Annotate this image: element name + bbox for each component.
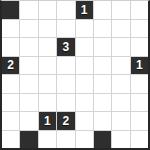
white-cell[interactable] bbox=[112, 20, 129, 38]
white-cell[interactable] bbox=[94, 57, 111, 75]
white-cell[interactable] bbox=[20, 1, 37, 19]
white-cell[interactable] bbox=[2, 112, 19, 130]
white-cell[interactable] bbox=[131, 1, 148, 19]
white-cell[interactable] bbox=[20, 112, 37, 130]
white-cell[interactable] bbox=[112, 112, 129, 130]
white-cell[interactable] bbox=[39, 131, 56, 149]
black-clue-cell: 2 bbox=[57, 112, 74, 130]
black-clue-cell: 3 bbox=[57, 38, 74, 56]
white-cell[interactable] bbox=[94, 38, 111, 56]
white-cell[interactable] bbox=[2, 20, 19, 38]
white-cell[interactable] bbox=[39, 75, 56, 93]
white-cell[interactable] bbox=[39, 1, 56, 19]
white-cell[interactable] bbox=[76, 57, 93, 75]
white-cell[interactable] bbox=[20, 75, 37, 93]
black-clue-cell: 1 bbox=[131, 57, 148, 75]
white-cell[interactable] bbox=[112, 131, 129, 149]
black-clue-cell: 1 bbox=[76, 1, 93, 19]
white-cell[interactable] bbox=[2, 38, 19, 56]
white-cell[interactable] bbox=[76, 131, 93, 149]
black-cell bbox=[94, 131, 111, 149]
white-cell[interactable] bbox=[112, 38, 129, 56]
white-cell[interactable] bbox=[20, 38, 37, 56]
white-cell[interactable] bbox=[57, 57, 74, 75]
black-clue-cell: 2 bbox=[2, 57, 19, 75]
white-cell[interactable] bbox=[112, 75, 129, 93]
white-cell[interactable] bbox=[94, 20, 111, 38]
white-cell[interactable] bbox=[2, 75, 19, 93]
akari-board: 132112 bbox=[0, 0, 150, 150]
white-cell[interactable] bbox=[2, 94, 19, 112]
white-cell[interactable] bbox=[57, 75, 74, 93]
white-cell[interactable] bbox=[76, 75, 93, 93]
white-cell[interactable] bbox=[20, 57, 37, 75]
white-cell[interactable] bbox=[39, 38, 56, 56]
white-cell[interactable] bbox=[39, 20, 56, 38]
white-cell[interactable] bbox=[131, 20, 148, 38]
white-cell[interactable] bbox=[57, 94, 74, 112]
white-cell[interactable] bbox=[131, 38, 148, 56]
white-cell[interactable] bbox=[57, 1, 74, 19]
white-cell[interactable] bbox=[76, 20, 93, 38]
white-cell[interactable] bbox=[112, 1, 129, 19]
black-clue-cell: 1 bbox=[39, 112, 56, 130]
white-cell[interactable] bbox=[76, 38, 93, 56]
white-cell[interactable] bbox=[2, 131, 19, 149]
white-cell[interactable] bbox=[76, 94, 93, 112]
black-cell bbox=[20, 131, 37, 149]
white-cell[interactable] bbox=[39, 57, 56, 75]
white-cell[interactable] bbox=[94, 112, 111, 130]
white-cell[interactable] bbox=[94, 1, 111, 19]
white-cell[interactable] bbox=[112, 57, 129, 75]
white-cell[interactable] bbox=[57, 131, 74, 149]
white-cell[interactable] bbox=[112, 94, 129, 112]
black-cell bbox=[2, 1, 19, 19]
white-cell[interactable] bbox=[131, 131, 148, 149]
white-cell[interactable] bbox=[57, 20, 74, 38]
white-cell[interactable] bbox=[94, 94, 111, 112]
white-cell[interactable] bbox=[131, 112, 148, 130]
white-cell[interactable] bbox=[131, 75, 148, 93]
white-cell[interactable] bbox=[94, 75, 111, 93]
white-cell[interactable] bbox=[39, 94, 56, 112]
white-cell[interactable] bbox=[20, 20, 37, 38]
white-cell[interactable] bbox=[20, 94, 37, 112]
white-cell[interactable] bbox=[131, 94, 148, 112]
white-cell[interactable] bbox=[76, 112, 93, 130]
